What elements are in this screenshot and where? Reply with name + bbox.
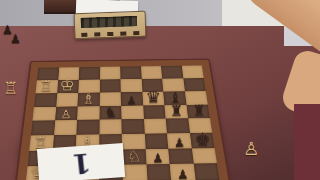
black-pawn[interactable]: ♟ [152, 152, 163, 165]
board-square[interactable] [34, 93, 57, 107]
black-rook[interactable]: ♜ [170, 104, 183, 119]
board-square[interactable] [120, 66, 141, 78]
board-square[interactable]: ♜ [164, 105, 187, 119]
board-square[interactable]: ♖ [36, 80, 58, 93]
board-square[interactable]: ♔ [57, 79, 79, 92]
black-queen[interactable]: ♛ [146, 88, 161, 105]
white-knight[interactable]: ♘ [127, 149, 141, 165]
board-square[interactable] [191, 148, 216, 164]
board-square[interactable] [121, 119, 144, 134]
board-square[interactable] [77, 106, 99, 120]
white-rook[interactable]: ♖ [40, 79, 53, 93]
black-rook[interactable]: ♜ [192, 104, 205, 119]
board-number-card: 1 [37, 143, 125, 180]
board-square[interactable] [193, 163, 219, 180]
board-square[interactable] [99, 119, 122, 134]
board-square[interactable] [33, 106, 56, 120]
board-square[interactable] [56, 93, 78, 107]
board-square[interactable]: ♘ [122, 149, 146, 165]
board-square[interactable]: ♟ [121, 92, 143, 106]
player-chair [294, 104, 320, 180]
board-square[interactable]: ♛ [142, 91, 164, 105]
board-square[interactable] [143, 105, 166, 119]
board-square[interactable]: ♟ [145, 148, 170, 164]
board-square[interactable] [120, 79, 142, 92]
board-square[interactable] [144, 133, 168, 149]
board-square[interactable]: ♗ [78, 92, 100, 106]
black-pawn[interactable]: ♟ [174, 136, 185, 148]
board-square[interactable]: ♚ [190, 132, 215, 148]
board-square[interactable] [161, 66, 183, 78]
board-square[interactable] [183, 78, 206, 91]
board-square[interactable]: ♞ [99, 106, 121, 120]
board-square[interactable] [99, 79, 120, 92]
black-pawn[interactable]: ♟ [127, 94, 138, 106]
board-square[interactable]: ♟ [170, 164, 196, 180]
board-square[interactable]: ♙ [55, 106, 78, 120]
chess-board: ♖♔♗♟♛♝♙♞♜♜♖♗♟♚♘♟♕♟ [16, 22, 218, 154]
board-square[interactable] [100, 67, 121, 79]
board-square[interactable] [54, 120, 77, 135]
captured-white-pawn: ♙ [243, 140, 259, 158]
board-square[interactable] [121, 105, 143, 119]
board-square[interactable] [166, 118, 190, 133]
photo-scene: ♟ ♟ ♖ ♙ ♙ ♙ ♖♔♗♟♛♝♙♞♜♜♖♗♟♚♘♟♕♟ 1 [0, 0, 320, 180]
board-square[interactable]: ♜ [186, 104, 210, 118]
white-pawn[interactable]: ♙ [60, 108, 71, 120]
board-square[interactable] [144, 119, 167, 134]
board-square[interactable] [122, 164, 147, 180]
board-square[interactable] [146, 164, 171, 180]
board-square[interactable] [141, 66, 162, 78]
board-square[interactable] [168, 148, 193, 164]
board-number: 1 [70, 147, 92, 180]
black-knight[interactable]: ♞ [104, 105, 117, 120]
board-square[interactable] [79, 67, 100, 80]
black-king[interactable]: ♚ [195, 130, 211, 148]
board-square[interactable] [181, 66, 203, 78]
board-square[interactable]: ♟ [167, 133, 191, 149]
black-pawn[interactable]: ♟ [177, 168, 189, 180]
white-king[interactable]: ♔ [60, 76, 75, 93]
white-bishop[interactable]: ♗ [82, 92, 95, 106]
